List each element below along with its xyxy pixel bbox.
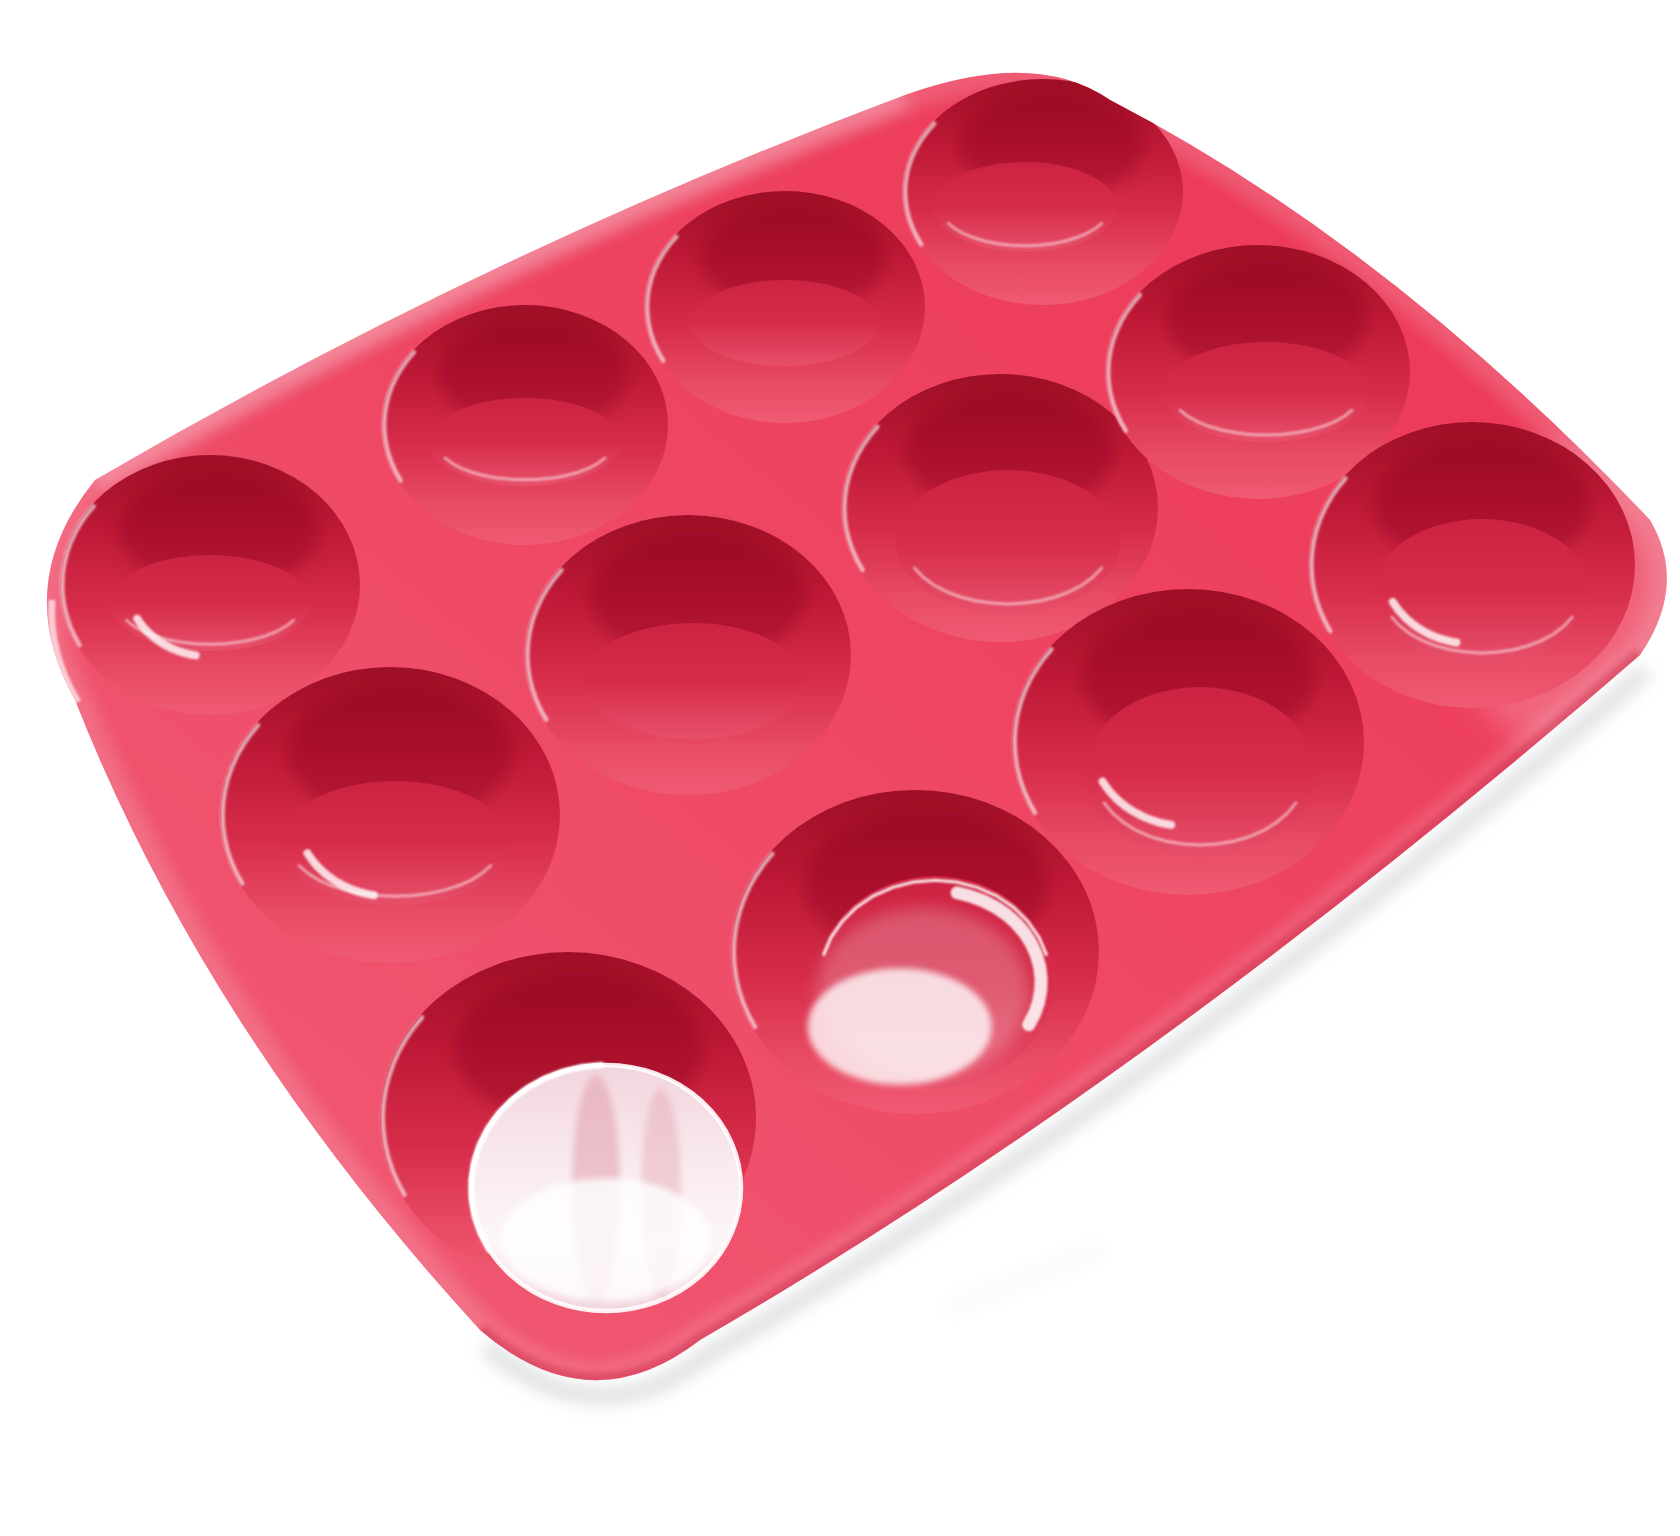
muffin-cup-r2c2 [525,515,851,795]
muffin-cup-r3c4 [1309,422,1635,708]
muffin-cup-r3c3 [1012,589,1364,895]
cup-bottom [1163,342,1369,442]
cup-bottom [691,280,879,366]
cup-bottom [933,162,1117,252]
cup-bottom [1374,519,1590,663]
muffin-cup-r3c2 [731,790,1099,1114]
cup-bottom [429,398,621,486]
muffin-pan-photo [0,0,1680,1536]
muffin-cup-r2c3 [842,374,1158,642]
photo-stage [0,0,1680,1536]
cup-bottom [280,781,510,905]
muffin-cup-r1c3 [645,191,925,423]
muffin-cup-r1c1 [60,455,360,715]
cup-bottom [1085,687,1315,857]
cup-bottom [583,623,803,739]
muffin-cup-r2c1 [220,667,560,963]
cup-bottom [110,555,310,651]
window-reflection [501,1178,712,1301]
window-reflection [808,968,992,1085]
muffin-cup-r1c2 [382,305,668,545]
cup-bottom [896,470,1120,614]
